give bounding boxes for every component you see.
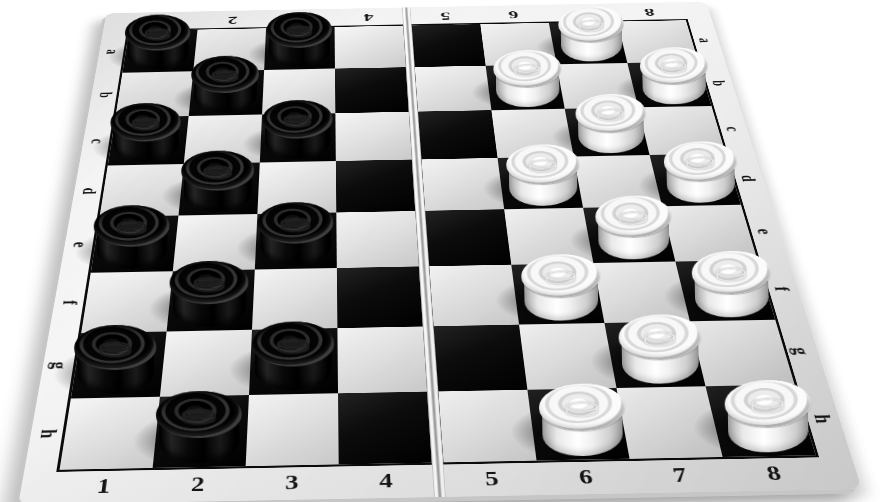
rank-label-top-5: 5 <box>410 6 480 25</box>
white-man-glyph: ⛀ <box>714 260 748 286</box>
square-a1[interactable]: ⛂ <box>122 30 197 73</box>
rank-label-top-6: 6 <box>478 5 549 24</box>
square-g3[interactable]: ⛂ <box>249 328 338 395</box>
square-d5[interactable] <box>421 158 504 211</box>
square-h4[interactable] <box>338 392 432 465</box>
black-man-g3[interactable]: ⛂ <box>251 321 335 392</box>
square-e3[interactable]: ⛂ <box>255 212 337 269</box>
square-h8[interactable]: ⛀ <box>706 385 816 457</box>
square-d2[interactable]: ⛂ <box>178 162 259 215</box>
black-man-d2[interactable]: ⛂ <box>180 150 254 213</box>
square-b2[interactable]: ⛂ <box>189 70 264 116</box>
black-man-h2[interactable]: ⛂ <box>155 390 242 464</box>
white-man-f6[interactable]: ⛀ <box>520 254 600 322</box>
square-g6[interactable] <box>519 323 616 390</box>
white-man-glyph: ⛀ <box>749 390 786 418</box>
white-man-f8[interactable]: ⛀ <box>691 250 771 318</box>
black-man-glyph: ⛂ <box>279 210 311 235</box>
square-d6[interactable]: ⛀ <box>498 156 584 209</box>
black-man-e3[interactable]: ⛂ <box>257 201 334 266</box>
square-d4[interactable] <box>336 160 415 213</box>
white-man-glyph: ⛀ <box>595 102 625 125</box>
white-man-h6[interactable]: ⛀ <box>538 383 625 457</box>
rank-label-top-8: 8 <box>613 2 686 21</box>
black-man-glyph: ⛂ <box>130 111 160 134</box>
square-f4[interactable] <box>337 266 423 328</box>
square-g7[interactable]: ⛀ <box>604 321 705 388</box>
square-f5[interactable] <box>429 265 519 327</box>
black-man-f2[interactable]: ⛂ <box>169 260 249 328</box>
square-g2[interactable] <box>160 330 252 397</box>
rank-label-bottom-3: 3 <box>244 464 339 500</box>
white-man-e7[interactable]: ⛀ <box>595 195 672 260</box>
black-man-glyph: ⛂ <box>180 400 217 428</box>
white-man-g7[interactable]: ⛀ <box>618 314 702 385</box>
white-man-glyph: ⛀ <box>659 55 688 77</box>
black-man-glyph: ⛂ <box>282 108 312 131</box>
square-a5[interactable] <box>412 24 486 67</box>
black-man-glyph: ⛂ <box>97 334 132 361</box>
square-e5[interactable] <box>425 209 511 266</box>
square-c3[interactable]: ⛂ <box>260 113 336 162</box>
square-b5[interactable] <box>415 66 492 112</box>
white-man-h8[interactable]: ⛀ <box>724 379 811 453</box>
square-f8[interactable]: ⛀ <box>675 260 775 321</box>
checkers-board: 1122334455667788aabbccddeeffgghh⛂⛂⛀⛂⛀⛀⛂⛂… <box>18 2 862 502</box>
square-f1[interactable] <box>81 271 173 333</box>
rank-label-bottom-4: 4 <box>339 463 434 499</box>
rank-label-bottom-7: 7 <box>630 457 731 493</box>
black-man-a1[interactable]: ⛂ <box>124 14 191 70</box>
white-man-a7[interactable]: ⛀ <box>558 6 625 62</box>
square-c1[interactable]: ⛂ <box>108 116 189 165</box>
square-h2[interactable]: ⛂ <box>153 395 249 468</box>
square-h1[interactable] <box>60 397 160 470</box>
white-man-glyph: ⛀ <box>642 324 677 351</box>
square-h3[interactable] <box>246 393 339 466</box>
black-man-glyph: ⛂ <box>275 331 310 358</box>
black-man-glyph: ⛂ <box>115 214 147 239</box>
white-man-glyph: ⛀ <box>563 393 600 421</box>
black-man-b2[interactable]: ⛂ <box>191 55 260 113</box>
white-man-glyph: ⛀ <box>617 204 649 229</box>
rank-label-bottom-8: 8 <box>723 455 826 491</box>
white-man-b8[interactable]: ⛀ <box>639 47 708 105</box>
white-man-c7[interactable]: ⛀ <box>575 93 646 153</box>
square-e1[interactable]: ⛂ <box>91 216 179 273</box>
file-label-left-h: h <box>24 398 71 470</box>
rank-label-bottom-2: 2 <box>149 466 246 502</box>
square-a3[interactable]: ⛂ <box>264 27 335 70</box>
black-man-c1[interactable]: ⛂ <box>110 102 181 162</box>
square-h5[interactable] <box>438 390 536 463</box>
square-f6[interactable]: ⛀ <box>511 263 604 325</box>
white-man-glyph: ⛀ <box>544 263 578 289</box>
square-a4[interactable] <box>335 26 406 69</box>
black-man-glyph: ⛂ <box>192 270 226 296</box>
rank-label-top-4: 4 <box>334 8 403 27</box>
square-e4[interactable] <box>336 211 419 268</box>
white-man-d6[interactable]: ⛀ <box>506 144 580 207</box>
white-man-glyph: ⛀ <box>684 149 715 173</box>
white-man-glyph: ⛀ <box>527 152 558 176</box>
square-h6[interactable]: ⛀ <box>527 388 629 461</box>
black-man-glyph: ⛂ <box>210 63 239 85</box>
white-man-b6[interactable]: ⛀ <box>493 50 562 108</box>
square-c4[interactable] <box>335 112 411 161</box>
square-b6[interactable]: ⛀ <box>486 64 565 110</box>
square-f2[interactable]: ⛂ <box>167 270 255 332</box>
black-man-glyph: ⛂ <box>202 159 233 183</box>
rank-label-bottom-6: 6 <box>537 459 636 495</box>
file-label-left-f: f <box>49 273 91 334</box>
camera-tilt-wrapper: 1122334455667788aabbccddeeffgghh⛂⛂⛀⛂⛀⛀⛂⛂… <box>0 0 880 502</box>
square-g5[interactable] <box>434 325 528 392</box>
black-man-g1[interactable]: ⛂ <box>73 324 157 395</box>
photo-background: 1122334455667788aabbccddeeffgghh⛂⛂⛀⛂⛀⛀⛂⛂… <box>0 0 880 502</box>
square-b4[interactable] <box>335 67 409 113</box>
black-man-e1[interactable]: ⛂ <box>93 205 170 270</box>
square-g4[interactable] <box>337 326 427 393</box>
rank-label-bottom-5: 5 <box>443 461 540 497</box>
square-g1[interactable]: ⛂ <box>71 331 167 398</box>
rank-label-top-2: 2 <box>198 10 267 29</box>
square-c5[interactable] <box>418 110 498 159</box>
square-h7[interactable] <box>616 386 722 459</box>
white-man-d8[interactable]: ⛀ <box>663 141 737 204</box>
black-man-c3[interactable]: ⛂ <box>262 99 333 159</box>
white-man-glyph: ⛀ <box>513 58 542 80</box>
rank-label-bottom-1: 1 <box>54 468 153 502</box>
